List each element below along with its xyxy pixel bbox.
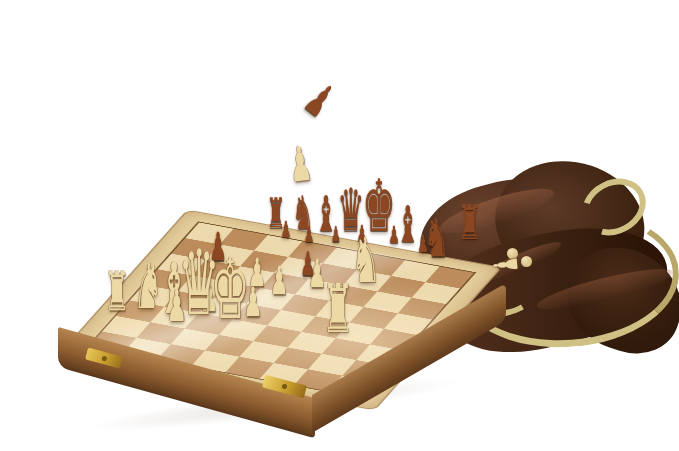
black-pawn-falling[interactable]: ♟ [298, 76, 342, 124]
white-knight-f5[interactable]: ♞ [351, 229, 380, 292]
white-king-e1[interactable]: ♚ [210, 247, 249, 331]
black-bishop-f8[interactable]: ♝ [396, 198, 420, 249]
black-knight-g8[interactable]: ♞ [425, 213, 449, 266]
white-pawn-lying-by-cord[interactable]: ♟ [489, 255, 523, 273]
white-pawn-d4[interactable]: ♟ [270, 261, 288, 300]
white-pawn-b2[interactable]: ♟ [167, 285, 187, 329]
white-rook-f2[interactable]: ♜ [322, 275, 353, 343]
black-rook-h8[interactable]: ♜ [459, 198, 481, 246]
white-rook-a1[interactable]: ♜ [104, 265, 129, 319]
black-pawn-a7[interactable]: ♟ [281, 219, 291, 242]
black-pawn-c7[interactable]: ♟ [331, 223, 341, 244]
black-pawn-b7[interactable]: ♟ [304, 224, 314, 247]
product-photo-scene: ♜♟♞♟♝♟♛♟♚♟♝♟♞♜♟♟♟♟♜♞♝♛♚♟♟♟♟♟♟♞♜♟ [0, 0, 679, 451]
white-pawn-falling[interactable]: ♟ [287, 139, 314, 189]
